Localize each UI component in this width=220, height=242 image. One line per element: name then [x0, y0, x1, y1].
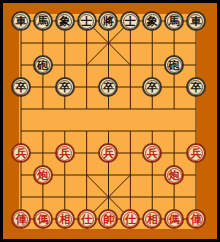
piece-glyph: 相 [147, 214, 158, 225]
intersection-b10[interactable]: 馬 [32, 10, 54, 32]
intersection-c1[interactable]: 相 [54, 208, 76, 230]
intersection-a2[interactable] [10, 186, 32, 208]
piece-glyph: 仕 [81, 214, 92, 225]
intersection-g6[interactable] [141, 98, 163, 120]
piece-glyph: 車 [15, 16, 26, 27]
piece-red-general[interactable]: 帥 [98, 209, 118, 229]
piece-red-soldier[interactable]: 兵 [98, 143, 118, 163]
piece-glyph: 士 [125, 16, 136, 27]
piece-glyph: 卒 [103, 82, 114, 93]
piece-black-cannon[interactable]: 砲 [33, 55, 53, 75]
piece-red-soldier[interactable]: 兵 [11, 143, 31, 163]
intersection-e3[interactable] [98, 164, 120, 186]
intersection-i6[interactable] [185, 98, 207, 120]
intersection-i9[interactable] [185, 32, 207, 54]
intersection-h4[interactable] [163, 142, 185, 164]
intersection-a3[interactable] [10, 164, 32, 186]
xiangqi-board: 車馬象士將士象馬車砲砲卒卒卒卒卒兵兵兵兵兵炮炮俥傌相仕帥仕相傌俥 [0, 0, 220, 242]
intersection-f5[interactable] [119, 120, 141, 142]
piece-glyph: 兵 [103, 148, 114, 159]
piece-red-advisor[interactable]: 仕 [77, 209, 97, 229]
piece-glyph: 兵 [15, 148, 26, 159]
intersection-f1[interactable]: 仕 [119, 208, 141, 230]
intersection-e2[interactable] [98, 186, 120, 208]
piece-black-soldier[interactable]: 卒 [186, 77, 206, 97]
intersection-c10[interactable]: 象 [54, 10, 76, 32]
intersection-b4[interactable] [32, 142, 54, 164]
piece-glyph: 傌 [169, 214, 180, 225]
intersection-e4[interactable]: 兵 [98, 142, 120, 164]
piece-glyph: 帥 [103, 214, 114, 225]
intersection-d1[interactable]: 仕 [76, 208, 98, 230]
piece-black-soldier[interactable]: 卒 [11, 77, 31, 97]
piece-glyph: 砲 [169, 60, 180, 71]
piece-black-cannon[interactable]: 砲 [164, 55, 184, 75]
intersection-g3[interactable] [141, 164, 163, 186]
intersection-a4[interactable]: 兵 [10, 142, 32, 164]
piece-red-elephant[interactable]: 相 [142, 209, 162, 229]
piece-glyph: 兵 [190, 148, 201, 159]
intersection-c2[interactable] [54, 186, 76, 208]
intersection-d4[interactable] [76, 142, 98, 164]
piece-glyph: 炮 [169, 170, 180, 181]
intersection-d5[interactable] [76, 120, 98, 142]
intersection-b6[interactable] [32, 98, 54, 120]
intersection-e8[interactable] [98, 54, 120, 76]
intersection-g10[interactable]: 象 [141, 10, 163, 32]
piece-red-soldier[interactable]: 兵 [55, 143, 75, 163]
intersection-f7[interactable] [119, 76, 141, 98]
piece-red-advisor[interactable]: 仕 [120, 209, 140, 229]
intersection-a5[interactable] [10, 120, 32, 142]
intersection-h1[interactable]: 傌 [163, 208, 185, 230]
intersection-e5[interactable] [98, 120, 120, 142]
intersection-f2[interactable] [119, 186, 141, 208]
piece-black-advisor[interactable]: 士 [120, 11, 140, 31]
intersection-g7[interactable]: 卒 [141, 76, 163, 98]
board-grid: 車馬象士將士象馬車砲砲卒卒卒卒卒兵兵兵兵兵炮炮俥傌相仕帥仕相傌俥 [10, 10, 207, 230]
piece-black-elephant[interactable]: 象 [142, 11, 162, 31]
piece-glyph: 馬 [169, 16, 180, 27]
intersection-g4[interactable]: 兵 [141, 142, 163, 164]
piece-glyph: 將 [103, 16, 114, 27]
intersection-h2[interactable] [163, 186, 185, 208]
intersection-d8[interactable] [76, 54, 98, 76]
intersection-a8[interactable] [10, 54, 32, 76]
intersection-e10[interactable]: 將 [98, 10, 120, 32]
intersection-b2[interactable] [32, 186, 54, 208]
intersection-h8[interactable]: 砲 [163, 54, 185, 76]
piece-black-soldier[interactable]: 卒 [142, 77, 162, 97]
intersection-a6[interactable] [10, 98, 32, 120]
piece-black-elephant[interactable]: 象 [55, 11, 75, 31]
intersection-a7[interactable]: 卒 [10, 76, 32, 98]
piece-glyph: 傌 [37, 214, 48, 225]
piece-black-chariot[interactable]: 車 [186, 11, 206, 31]
piece-black-horse[interactable]: 馬 [33, 11, 53, 31]
intersection-c9[interactable] [54, 32, 76, 54]
intersection-i8[interactable] [185, 54, 207, 76]
intersection-g2[interactable] [141, 186, 163, 208]
piece-red-cannon[interactable]: 炮 [164, 165, 184, 185]
piece-red-chariot[interactable]: 俥 [11, 209, 31, 229]
intersection-i4[interactable]: 兵 [185, 142, 207, 164]
intersection-a1[interactable]: 俥 [10, 208, 32, 230]
piece-glyph: 砲 [37, 60, 48, 71]
piece-glyph: 相 [59, 214, 70, 225]
piece-glyph: 卒 [190, 82, 201, 93]
intersection-d6[interactable] [76, 98, 98, 120]
intersection-b7[interactable] [32, 76, 54, 98]
piece-glyph: 俥 [15, 214, 26, 225]
intersection-e6[interactable] [98, 98, 120, 120]
intersection-c7[interactable]: 卒 [54, 76, 76, 98]
intersection-e1[interactable]: 帥 [98, 208, 120, 230]
intersection-h9[interactable] [163, 32, 185, 54]
intersection-b5[interactable] [32, 120, 54, 142]
piece-black-advisor[interactable]: 士 [77, 11, 97, 31]
intersection-c6[interactable] [54, 98, 76, 120]
intersection-e7[interactable]: 卒 [98, 76, 120, 98]
piece-black-chariot[interactable]: 車 [11, 11, 31, 31]
piece-glyph: 兵 [147, 148, 158, 159]
intersection-a10[interactable]: 車 [10, 10, 32, 32]
piece-black-soldier[interactable]: 卒 [55, 77, 75, 97]
intersection-f6[interactable] [119, 98, 141, 120]
piece-glyph: 卒 [59, 82, 70, 93]
intersection-i5[interactable] [185, 120, 207, 142]
intersection-d2[interactable] [76, 186, 98, 208]
intersection-h10[interactable]: 馬 [163, 10, 185, 32]
piece-red-cannon[interactable]: 炮 [33, 165, 53, 185]
piece-red-soldier[interactable]: 兵 [142, 143, 162, 163]
piece-glyph: 炮 [37, 170, 48, 181]
intersection-d10[interactable]: 士 [76, 10, 98, 32]
intersection-g9[interactable] [141, 32, 163, 54]
intersection-g8[interactable] [141, 54, 163, 76]
piece-glyph: 象 [147, 16, 158, 27]
intersection-c4[interactable]: 兵 [54, 142, 76, 164]
intersection-i2[interactable] [185, 186, 207, 208]
piece-glyph: 車 [190, 16, 201, 27]
intersection-c8[interactable] [54, 54, 76, 76]
intersection-e9[interactable] [98, 32, 120, 54]
intersection-b8[interactable]: 砲 [32, 54, 54, 76]
piece-glyph: 卒 [147, 82, 158, 93]
intersection-b1[interactable]: 傌 [32, 208, 54, 230]
intersection-i3[interactable] [185, 164, 207, 186]
piece-red-soldier[interactable]: 兵 [186, 143, 206, 163]
piece-red-elephant[interactable]: 相 [55, 209, 75, 229]
intersection-c3[interactable] [54, 164, 76, 186]
intersection-i10[interactable]: 車 [185, 10, 207, 32]
intersection-i7[interactable]: 卒 [185, 76, 207, 98]
piece-glyph: 俥 [190, 214, 201, 225]
piece-red-chariot[interactable]: 俥 [186, 209, 206, 229]
piece-red-horse[interactable]: 傌 [164, 209, 184, 229]
intersection-c5[interactable] [54, 120, 76, 142]
piece-red-horse[interactable]: 傌 [33, 209, 53, 229]
intersection-h6[interactable] [163, 98, 185, 120]
intersection-h7[interactable] [163, 76, 185, 98]
intersection-h3[interactable]: 炮 [163, 164, 185, 186]
intersection-f9[interactable] [119, 32, 141, 54]
intersection-b3[interactable]: 炮 [32, 164, 54, 186]
intersection-d7[interactable] [76, 76, 98, 98]
intersection-f10[interactable]: 士 [119, 10, 141, 32]
intersection-d3[interactable] [76, 164, 98, 186]
piece-glyph: 卒 [15, 82, 26, 93]
intersection-f3[interactable] [119, 164, 141, 186]
piece-glyph: 象 [59, 16, 70, 27]
intersection-b9[interactable] [32, 32, 54, 54]
piece-black-horse[interactable]: 馬 [164, 11, 184, 31]
piece-glyph: 仕 [125, 214, 136, 225]
intersection-i1[interactable]: 俥 [185, 208, 207, 230]
piece-black-general[interactable]: 將 [98, 11, 118, 31]
intersection-d9[interactable] [76, 32, 98, 54]
intersection-a9[interactable] [10, 32, 32, 54]
piece-black-soldier[interactable]: 卒 [98, 77, 118, 97]
intersection-h5[interactable] [163, 120, 185, 142]
piece-glyph: 士 [81, 16, 92, 27]
intersection-g5[interactable] [141, 120, 163, 142]
piece-glyph: 馬 [37, 16, 48, 27]
intersection-f4[interactable] [119, 142, 141, 164]
intersection-g1[interactable]: 相 [141, 208, 163, 230]
piece-glyph: 兵 [59, 148, 70, 159]
intersection-f8[interactable] [119, 54, 141, 76]
